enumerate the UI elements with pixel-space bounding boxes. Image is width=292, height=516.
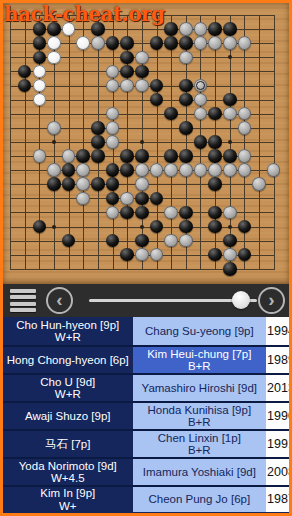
watermark-frame [0,0,292,516]
go-kifu-app: hack-cheat.org ‹ › Cho Hun-hyeon [9p]W+R… [0,0,292,516]
